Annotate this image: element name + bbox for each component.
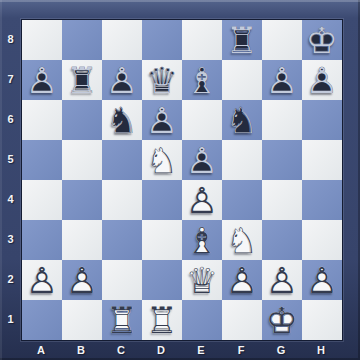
piece-glyph-line: ♙ xyxy=(182,180,222,220)
rank-label-2: 2 xyxy=(0,259,21,299)
square-g1[interactable]: ♚♔ xyxy=(262,300,302,340)
piece-glyph-line: ♕ xyxy=(182,260,222,300)
square-h2[interactable]: ♟♙ xyxy=(302,260,342,300)
rank-label-7: 7 xyxy=(0,59,21,99)
piece-black-pawn-g7[interactable]: ♟♙ xyxy=(262,60,302,100)
square-h4[interactable] xyxy=(302,180,342,220)
square-a5[interactable] xyxy=(22,140,62,180)
piece-glyph-line: ♗ xyxy=(182,60,222,100)
piece-glyph-line: ♙ xyxy=(102,60,142,100)
square-d8[interactable] xyxy=(142,20,182,60)
file-label-g: G xyxy=(261,341,301,360)
piece-glyph-line: ♖ xyxy=(62,60,102,100)
piece-glyph-line: ♙ xyxy=(222,260,262,300)
square-f3[interactable]: ♞♘ xyxy=(222,220,262,260)
square-g2[interactable]: ♟♙ xyxy=(262,260,302,300)
piece-glyph-line: ♘ xyxy=(102,100,142,140)
piece-white-rook-c1[interactable]: ♜♖ xyxy=(102,300,142,340)
rank-label-1: 1 xyxy=(0,299,21,339)
square-a1[interactable] xyxy=(22,300,62,340)
square-b5[interactable] xyxy=(62,140,102,180)
square-g6[interactable] xyxy=(262,100,302,140)
piece-black-pawn-c7[interactable]: ♟♙ xyxy=(102,60,142,100)
piece-glyph-line: ♘ xyxy=(142,140,182,180)
piece-black-rook-f8[interactable]: ♜♖ xyxy=(222,20,262,60)
file-label-e: E xyxy=(181,341,221,360)
square-a7[interactable]: ♟♙ xyxy=(22,60,62,100)
square-d2[interactable] xyxy=(142,260,182,300)
piece-white-pawn-e4[interactable]: ♟♙ xyxy=(182,180,222,220)
piece-black-queen-d7[interactable]: ♛♕ xyxy=(142,60,182,100)
square-c6[interactable]: ♞♘ xyxy=(102,100,142,140)
file-label-h: H xyxy=(301,341,341,360)
piece-white-pawn-a2[interactable]: ♟♙ xyxy=(22,260,62,300)
square-f1[interactable] xyxy=(222,300,262,340)
square-d5[interactable]: ♞♘ xyxy=(142,140,182,180)
square-g4[interactable] xyxy=(262,180,302,220)
square-d3[interactable] xyxy=(142,220,182,260)
square-c8[interactable] xyxy=(102,20,142,60)
piece-black-pawn-h7[interactable]: ♟♙ xyxy=(302,60,342,100)
piece-black-pawn-e5[interactable]: ♟♙ xyxy=(182,140,222,180)
square-c4[interactable] xyxy=(102,180,142,220)
piece-glyph-line: ♙ xyxy=(142,100,182,140)
piece-glyph-line: ♙ xyxy=(262,60,302,100)
piece-white-bishop-e3[interactable]: ♝♗ xyxy=(182,220,222,260)
piece-glyph-line: ♙ xyxy=(62,260,102,300)
square-f6[interactable]: ♞♘ xyxy=(222,100,262,140)
square-b8[interactable] xyxy=(62,20,102,60)
square-c2[interactable] xyxy=(102,260,142,300)
file-label-c: C xyxy=(101,341,141,360)
square-h5[interactable] xyxy=(302,140,342,180)
square-b1[interactable] xyxy=(62,300,102,340)
square-g5[interactable] xyxy=(262,140,302,180)
square-c3[interactable] xyxy=(102,220,142,260)
piece-glyph-line: ♘ xyxy=(222,220,262,260)
square-c1[interactable]: ♜♖ xyxy=(102,300,142,340)
square-f5[interactable] xyxy=(222,140,262,180)
piece-glyph-line: ♖ xyxy=(102,300,142,340)
square-d4[interactable] xyxy=(142,180,182,220)
square-e6[interactable] xyxy=(182,100,222,140)
piece-black-pawn-d6[interactable]: ♟♙ xyxy=(142,100,182,140)
square-d1[interactable]: ♜♖ xyxy=(142,300,182,340)
piece-glyph-line: ♕ xyxy=(142,60,182,100)
piece-glyph-line: ♙ xyxy=(262,260,302,300)
piece-white-pawn-h2[interactable]: ♟♙ xyxy=(302,260,342,300)
square-h7[interactable]: ♟♙ xyxy=(302,60,342,100)
piece-glyph-line: ♔ xyxy=(302,20,342,60)
piece-black-king-h8[interactable]: ♚♔ xyxy=(302,20,342,60)
piece-glyph-line: ♙ xyxy=(22,60,62,100)
piece-black-bishop-e7[interactable]: ♝♗ xyxy=(182,60,222,100)
square-f8[interactable]: ♜♖ xyxy=(222,20,262,60)
square-b2[interactable]: ♟♙ xyxy=(62,260,102,300)
piece-white-knight-f3[interactable]: ♞♘ xyxy=(222,220,262,260)
square-b4[interactable] xyxy=(62,180,102,220)
square-f2[interactable]: ♟♙ xyxy=(222,260,262,300)
square-h8[interactable]: ♚♔ xyxy=(302,20,342,60)
square-d7[interactable]: ♛♕ xyxy=(142,60,182,100)
square-a3[interactable] xyxy=(22,220,62,260)
square-g3[interactable] xyxy=(262,220,302,260)
square-e4[interactable]: ♟♙ xyxy=(182,180,222,220)
piece-black-pawn-a7[interactable]: ♟♙ xyxy=(22,60,62,100)
chess-board: ♜♖♚♔♟♙♜♖♟♙♛♕♝♗♟♙♟♙♞♘♟♙♞♘♞♘♟♙♟♙♝♗♞♘♟♙♟♙♛♕… xyxy=(21,19,343,341)
piece-glyph-line: ♙ xyxy=(182,140,222,180)
square-a8[interactable] xyxy=(22,20,62,60)
piece-glyph-line: ♙ xyxy=(302,260,342,300)
square-f4[interactable] xyxy=(222,180,262,220)
file-label-d: D xyxy=(141,341,181,360)
square-b7[interactable]: ♜♖ xyxy=(62,60,102,100)
piece-glyph-line: ♖ xyxy=(222,20,262,60)
piece-glyph-line: ♘ xyxy=(222,100,262,140)
piece-glyph-line: ♙ xyxy=(22,260,62,300)
piece-black-knight-c6[interactable]: ♞♘ xyxy=(102,100,142,140)
square-a2[interactable]: ♟♙ xyxy=(22,260,62,300)
board-frame: ♜♖♚♔♟♙♜♖♟♙♛♕♝♗♟♙♟♙♞♘♟♙♞♘♞♘♟♙♟♙♝♗♞♘♟♙♟♙♛♕… xyxy=(0,0,360,360)
piece-white-knight-d5[interactable]: ♞♘ xyxy=(142,140,182,180)
square-h6[interactable] xyxy=(302,100,342,140)
piece-white-king-g1[interactable]: ♚♔ xyxy=(262,300,302,340)
square-b3[interactable] xyxy=(62,220,102,260)
square-c5[interactable] xyxy=(102,140,142,180)
file-label-b: B xyxy=(61,341,101,360)
square-e8[interactable] xyxy=(182,20,222,60)
piece-black-rook-b7[interactable]: ♜♖ xyxy=(62,60,102,100)
square-c7[interactable]: ♟♙ xyxy=(102,60,142,100)
piece-black-knight-f6[interactable]: ♞♘ xyxy=(222,100,262,140)
square-e3[interactable]: ♝♗ xyxy=(182,220,222,260)
piece-white-queen-e2[interactable]: ♛♕ xyxy=(182,260,222,300)
rank-label-8: 8 xyxy=(0,19,21,59)
piece-white-pawn-g2[interactable]: ♟♙ xyxy=(262,260,302,300)
file-label-f: F xyxy=(221,341,261,360)
square-e1[interactable] xyxy=(182,300,222,340)
piece-white-pawn-f2[interactable]: ♟♙ xyxy=(222,260,262,300)
square-e7[interactable]: ♝♗ xyxy=(182,60,222,100)
rank-label-4: 4 xyxy=(0,179,21,219)
piece-glyph-line: ♔ xyxy=(262,300,302,340)
piece-white-rook-d1[interactable]: ♜♖ xyxy=(142,300,182,340)
piece-glyph-line: ♖ xyxy=(142,300,182,340)
rank-label-5: 5 xyxy=(0,139,21,179)
square-e2[interactable]: ♛♕ xyxy=(182,260,222,300)
square-b6[interactable] xyxy=(62,100,102,140)
square-e5[interactable]: ♟♙ xyxy=(182,140,222,180)
square-f7[interactable] xyxy=(222,60,262,100)
square-g8[interactable] xyxy=(262,20,302,60)
rank-label-6: 6 xyxy=(0,99,21,139)
square-g7[interactable]: ♟♙ xyxy=(262,60,302,100)
square-d6[interactable]: ♟♙ xyxy=(142,100,182,140)
rank-label-3: 3 xyxy=(0,219,21,259)
piece-glyph-line: ♙ xyxy=(302,60,342,100)
piece-white-pawn-b2[interactable]: ♟♙ xyxy=(62,260,102,300)
square-h1[interactable] xyxy=(302,300,342,340)
file-label-a: A xyxy=(21,341,61,360)
square-a4[interactable] xyxy=(22,180,62,220)
square-a6[interactable] xyxy=(22,100,62,140)
piece-glyph-line: ♗ xyxy=(182,220,222,260)
square-h3[interactable] xyxy=(302,220,342,260)
